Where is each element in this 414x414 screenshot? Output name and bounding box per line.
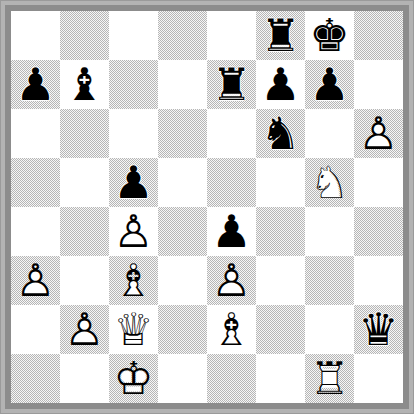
square-c7[interactable] bbox=[109, 60, 158, 109]
white-pawn-icon[interactable]: ♟♙ bbox=[11, 256, 60, 305]
chess-board: ♜♚♟♝♜♟♟♞♟♙♟♞♘♟♙♟♟♙♝♗♟♙♟♙♛♕♝♗♛♚♔♜♖ bbox=[11, 11, 403, 403]
square-d2[interactable] bbox=[158, 305, 207, 354]
square-g7[interactable]: ♟ bbox=[305, 60, 354, 109]
piece-black-outline: ♔ bbox=[109, 354, 158, 403]
white-bishop-icon[interactable]: ♝♗ bbox=[207, 305, 256, 354]
square-a6[interactable] bbox=[11, 109, 60, 158]
piece-black-outline: ♙ bbox=[354, 109, 403, 158]
square-e5[interactable] bbox=[207, 158, 256, 207]
square-c5[interactable]: ♟ bbox=[109, 158, 158, 207]
white-bishop-icon[interactable]: ♝♗ bbox=[109, 256, 158, 305]
square-d8[interactable] bbox=[158, 11, 207, 60]
square-d4[interactable] bbox=[158, 207, 207, 256]
square-g3[interactable] bbox=[305, 256, 354, 305]
square-e2[interactable]: ♝♗ bbox=[207, 305, 256, 354]
square-c6[interactable] bbox=[109, 109, 158, 158]
square-g1[interactable]: ♜♖ bbox=[305, 354, 354, 403]
square-b7[interactable]: ♝ bbox=[60, 60, 109, 109]
square-g2[interactable] bbox=[305, 305, 354, 354]
square-d7[interactable] bbox=[158, 60, 207, 109]
square-g6[interactable] bbox=[305, 109, 354, 158]
piece-black-outline: ♖ bbox=[305, 354, 354, 403]
square-f7[interactable]: ♟ bbox=[256, 60, 305, 109]
square-b1[interactable] bbox=[60, 354, 109, 403]
square-c8[interactable] bbox=[109, 11, 158, 60]
white-pawn-icon[interactable]: ♟♙ bbox=[60, 305, 109, 354]
square-f6[interactable]: ♞ bbox=[256, 109, 305, 158]
square-c3[interactable]: ♝♗ bbox=[109, 256, 158, 305]
white-pawn-icon[interactable]: ♟♙ bbox=[109, 207, 158, 256]
square-a5[interactable] bbox=[11, 158, 60, 207]
black-pawn-icon[interactable]: ♟ bbox=[305, 60, 354, 109]
piece-black-outline: ♙ bbox=[11, 256, 60, 305]
white-knight-icon[interactable]: ♞♘ bbox=[305, 158, 354, 207]
square-g8[interactable]: ♚ bbox=[305, 11, 354, 60]
piece-black-outline: ♙ bbox=[109, 207, 158, 256]
black-pawn-icon[interactable]: ♟ bbox=[11, 60, 60, 109]
square-e6[interactable] bbox=[207, 109, 256, 158]
square-f5[interactable] bbox=[256, 158, 305, 207]
piece-black-outline: ♘ bbox=[305, 158, 354, 207]
square-h2[interactable]: ♛ bbox=[354, 305, 403, 354]
black-rook-icon[interactable]: ♜ bbox=[256, 11, 305, 60]
square-a3[interactable]: ♟♙ bbox=[11, 256, 60, 305]
white-pawn-icon[interactable]: ♟♙ bbox=[207, 256, 256, 305]
piece-black-outline: ♗ bbox=[207, 305, 256, 354]
square-a2[interactable] bbox=[11, 305, 60, 354]
square-a7[interactable]: ♟ bbox=[11, 60, 60, 109]
square-c1[interactable]: ♚♔ bbox=[109, 354, 158, 403]
piece-black-outline: ♕ bbox=[109, 305, 158, 354]
square-e1[interactable] bbox=[207, 354, 256, 403]
square-d5[interactable] bbox=[158, 158, 207, 207]
square-h4[interactable] bbox=[354, 207, 403, 256]
square-e3[interactable]: ♟♙ bbox=[207, 256, 256, 305]
square-b3[interactable] bbox=[60, 256, 109, 305]
black-king-icon[interactable]: ♚ bbox=[305, 11, 354, 60]
square-e8[interactable] bbox=[207, 11, 256, 60]
chess-board-frame: ♜♚♟♝♜♟♟♞♟♙♟♞♘♟♙♟♟♙♝♗♟♙♟♙♛♕♝♗♛♚♔♜♖ bbox=[0, 0, 414, 414]
square-h1[interactable] bbox=[354, 354, 403, 403]
chess-board-inner-border: ♜♚♟♝♜♟♟♞♟♙♟♞♘♟♙♟♟♙♝♗♟♙♟♙♛♕♝♗♛♚♔♜♖ bbox=[5, 5, 409, 409]
square-e7[interactable]: ♜ bbox=[207, 60, 256, 109]
piece-black-outline: ♙ bbox=[207, 256, 256, 305]
white-pawn-icon[interactable]: ♟♙ bbox=[354, 109, 403, 158]
square-h8[interactable] bbox=[354, 11, 403, 60]
black-pawn-icon[interactable]: ♟ bbox=[256, 60, 305, 109]
piece-black-outline: ♗ bbox=[109, 256, 158, 305]
square-c4[interactable]: ♟♙ bbox=[109, 207, 158, 256]
black-bishop-icon[interactable]: ♝ bbox=[60, 60, 109, 109]
square-c2[interactable]: ♛♕ bbox=[109, 305, 158, 354]
square-d3[interactable] bbox=[158, 256, 207, 305]
square-b8[interactable] bbox=[60, 11, 109, 60]
square-g5[interactable]: ♞♘ bbox=[305, 158, 354, 207]
black-rook-icon[interactable]: ♜ bbox=[207, 60, 256, 109]
square-f1[interactable] bbox=[256, 354, 305, 403]
white-rook-icon[interactable]: ♜♖ bbox=[305, 354, 354, 403]
square-d6[interactable] bbox=[158, 109, 207, 158]
piece-black-outline: ♙ bbox=[60, 305, 109, 354]
white-king-icon[interactable]: ♚♔ bbox=[109, 354, 158, 403]
square-b4[interactable] bbox=[60, 207, 109, 256]
square-b2[interactable]: ♟♙ bbox=[60, 305, 109, 354]
black-pawn-icon[interactable]: ♟ bbox=[109, 158, 158, 207]
black-queen-icon[interactable]: ♛ bbox=[354, 305, 403, 354]
square-a4[interactable] bbox=[11, 207, 60, 256]
square-g4[interactable] bbox=[305, 207, 354, 256]
square-d1[interactable] bbox=[158, 354, 207, 403]
white-queen-icon[interactable]: ♛♕ bbox=[109, 305, 158, 354]
square-b6[interactable] bbox=[60, 109, 109, 158]
black-pawn-icon[interactable]: ♟ bbox=[207, 207, 256, 256]
square-h6[interactable]: ♟♙ bbox=[354, 109, 403, 158]
square-e4[interactable]: ♟ bbox=[207, 207, 256, 256]
square-f8[interactable]: ♜ bbox=[256, 11, 305, 60]
square-f3[interactable] bbox=[256, 256, 305, 305]
black-knight-icon[interactable]: ♞ bbox=[256, 109, 305, 158]
square-h7[interactable] bbox=[354, 60, 403, 109]
square-f4[interactable] bbox=[256, 207, 305, 256]
square-h5[interactable] bbox=[354, 158, 403, 207]
square-a8[interactable] bbox=[11, 11, 60, 60]
square-a1[interactable] bbox=[11, 354, 60, 403]
square-b5[interactable] bbox=[60, 158, 109, 207]
square-f2[interactable] bbox=[256, 305, 305, 354]
square-h3[interactable] bbox=[354, 256, 403, 305]
